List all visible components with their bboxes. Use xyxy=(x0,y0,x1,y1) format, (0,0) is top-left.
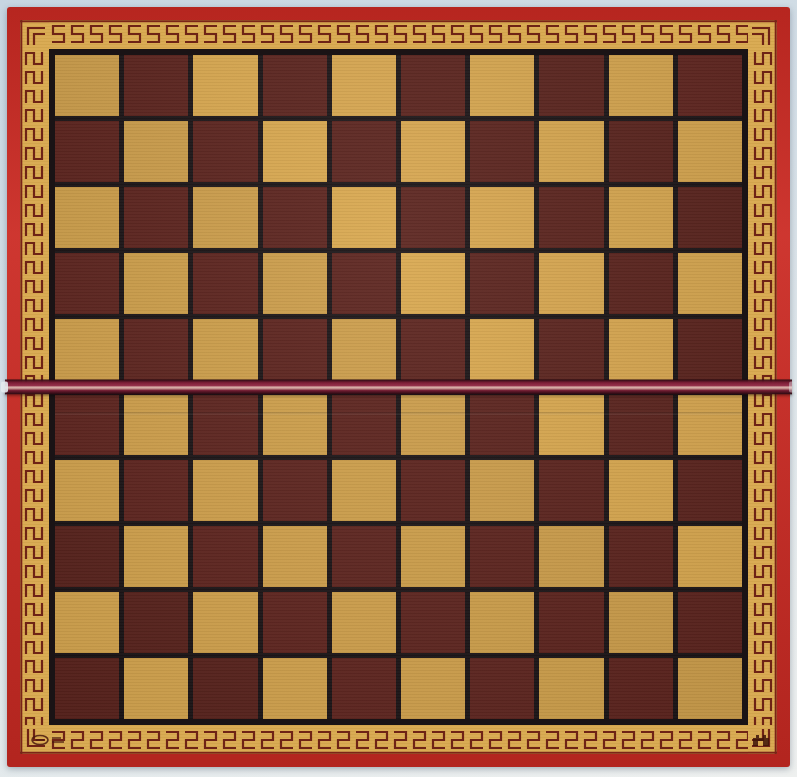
square-r6-c4[interactable] xyxy=(263,395,327,456)
greek-key-corner-icon xyxy=(748,20,777,49)
square-r7-c3[interactable] xyxy=(193,460,257,521)
square-r7-c5[interactable] xyxy=(332,460,396,521)
square-r2-c10[interactable] xyxy=(678,121,742,182)
square-r10-c10[interactable] xyxy=(678,658,742,719)
square-r9-c10[interactable] xyxy=(678,592,742,653)
square-r9-c3[interactable] xyxy=(193,592,257,653)
square-r3-c9[interactable] xyxy=(609,187,673,248)
square-r8-c10[interactable] xyxy=(678,526,742,587)
square-r6-c9[interactable] xyxy=(609,395,673,456)
square-r9-c4[interactable] xyxy=(263,592,327,653)
square-r4-c10[interactable] xyxy=(678,253,742,314)
square-r7-c8[interactable] xyxy=(539,460,603,521)
square-r7-c4[interactable] xyxy=(263,460,327,521)
square-r4-c6[interactable] xyxy=(401,253,465,314)
square-r4-c3[interactable] xyxy=(193,253,257,314)
square-r9-c8[interactable] xyxy=(539,592,603,653)
maker-emblem-icon xyxy=(750,732,772,748)
square-r8-c1[interactable] xyxy=(55,526,119,587)
square-r1-c1[interactable] xyxy=(55,55,119,116)
draughts-board xyxy=(7,7,790,767)
square-r5-c1[interactable] xyxy=(55,319,119,380)
square-r3-c8[interactable] xyxy=(539,187,603,248)
square-r5-c8[interactable] xyxy=(539,319,603,380)
square-r3-c3[interactable] xyxy=(193,187,257,248)
square-r6-c6[interactable] xyxy=(401,395,465,456)
square-r6-c8[interactable] xyxy=(539,395,603,456)
square-r7-c9[interactable] xyxy=(609,460,673,521)
square-r1-c7[interactable] xyxy=(470,55,534,116)
square-r7-c1[interactable] xyxy=(55,460,119,521)
square-r2-c8[interactable] xyxy=(539,121,603,182)
square-r3-c2[interactable] xyxy=(124,187,188,248)
board-top-half xyxy=(55,55,742,380)
square-r5-c4[interactable] xyxy=(263,319,327,380)
square-r10-c6[interactable] xyxy=(401,658,465,719)
square-r9-c5[interactable] xyxy=(332,592,396,653)
square-r8-c6[interactable] xyxy=(401,526,465,587)
square-r6-c10[interactable] xyxy=(678,395,742,456)
square-r4-c5[interactable] xyxy=(332,253,396,314)
greek-key-bottom-strip xyxy=(49,725,748,754)
square-r8-c7[interactable] xyxy=(470,526,534,587)
fold-crease xyxy=(5,380,792,395)
square-r7-c2[interactable] xyxy=(124,460,188,521)
square-r2-c2[interactable] xyxy=(124,121,188,182)
square-r10-c7[interactable] xyxy=(470,658,534,719)
square-r3-c5[interactable] xyxy=(332,187,396,248)
square-r3-c7[interactable] xyxy=(470,187,534,248)
square-r6-c2[interactable] xyxy=(124,395,188,456)
square-r4-c7[interactable] xyxy=(470,253,534,314)
square-r8-c9[interactable] xyxy=(609,526,673,587)
square-r7-c7[interactable] xyxy=(470,460,534,521)
square-r10-c2[interactable] xyxy=(124,658,188,719)
square-r5-c9[interactable] xyxy=(609,319,673,380)
square-r5-c3[interactable] xyxy=(193,319,257,380)
square-r4-c9[interactable] xyxy=(609,253,673,314)
square-r8-c4[interactable] xyxy=(263,526,327,587)
square-r1-c9[interactable] xyxy=(609,55,673,116)
board-bottom-half xyxy=(55,395,742,720)
square-r4-c2[interactable] xyxy=(124,253,188,314)
square-r1-c5[interactable] xyxy=(332,55,396,116)
square-r8-c2[interactable] xyxy=(124,526,188,587)
square-r2-c6[interactable] xyxy=(401,121,465,182)
square-r2-c7[interactable] xyxy=(470,121,534,182)
square-r2-c4[interactable] xyxy=(263,121,327,182)
square-r1-c2[interactable] xyxy=(124,55,188,116)
square-r8-c3[interactable] xyxy=(193,526,257,587)
square-r5-c5[interactable] xyxy=(332,319,396,380)
square-r3-c6[interactable] xyxy=(401,187,465,248)
square-r6-c1[interactable] xyxy=(55,395,119,456)
square-r3-c4[interactable] xyxy=(263,187,327,248)
square-r10-c8[interactable] xyxy=(539,658,603,719)
square-r6-c5[interactable] xyxy=(332,395,396,456)
square-r9-c1[interactable] xyxy=(55,592,119,653)
square-r6-c3[interactable] xyxy=(193,395,257,456)
square-r5-c2[interactable] xyxy=(124,319,188,380)
square-r4-c8[interactable] xyxy=(539,253,603,314)
square-r8-c5[interactable] xyxy=(332,526,396,587)
square-r9-c7[interactable] xyxy=(470,592,534,653)
square-r7-c10[interactable] xyxy=(678,460,742,521)
square-r2-c5[interactable] xyxy=(332,121,396,182)
square-r3-c1[interactable] xyxy=(55,187,119,248)
square-r4-c4[interactable] xyxy=(263,253,327,314)
square-r5-c10[interactable] xyxy=(678,319,742,380)
maker-mark-icon xyxy=(30,734,76,746)
square-r8-c8[interactable] xyxy=(539,526,603,587)
square-r1-c3[interactable] xyxy=(193,55,257,116)
square-r1-c10[interactable] xyxy=(678,55,742,116)
square-r10-c9[interactable] xyxy=(609,658,673,719)
square-r2-c1[interactable] xyxy=(55,121,119,182)
square-r3-c10[interactable] xyxy=(678,187,742,248)
square-r6-c7[interactable] xyxy=(470,395,534,456)
square-r7-c6[interactable] xyxy=(401,460,465,521)
square-r1-c4[interactable] xyxy=(263,55,327,116)
greek-key-corner-icon xyxy=(20,20,49,49)
square-r10-c5[interactable] xyxy=(332,658,396,719)
square-r1-c8[interactable] xyxy=(539,55,603,116)
square-r9-c9[interactable] xyxy=(609,592,673,653)
square-r9-c2[interactable] xyxy=(124,592,188,653)
square-r5-c6[interactable] xyxy=(401,319,465,380)
square-r4-c1[interactable] xyxy=(55,253,119,314)
square-r2-c9[interactable] xyxy=(609,121,673,182)
square-r10-c3[interactable] xyxy=(193,658,257,719)
square-r2-c3[interactable] xyxy=(193,121,257,182)
square-r10-c1[interactable] xyxy=(55,658,119,719)
square-r10-c4[interactable] xyxy=(263,658,327,719)
square-r5-c7[interactable] xyxy=(470,319,534,380)
square-r1-c6[interactable] xyxy=(401,55,465,116)
square-r9-c6[interactable] xyxy=(401,592,465,653)
photo-background xyxy=(0,0,797,777)
greek-key-top-strip xyxy=(49,20,748,49)
